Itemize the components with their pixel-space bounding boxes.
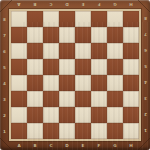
square-c1[interactable]	[43, 123, 59, 139]
square-e6[interactable]	[75, 43, 91, 59]
rank-right-label-4: 4	[143, 79, 148, 87]
square-f3[interactable]	[91, 91, 107, 107]
square-b3[interactable]	[27, 91, 43, 107]
square-h2[interactable]	[123, 107, 139, 123]
square-b6[interactable]	[27, 43, 43, 59]
square-d7[interactable]	[59, 27, 75, 43]
square-g5[interactable]	[107, 59, 123, 75]
square-b4[interactable]	[27, 75, 43, 91]
rank-left-label-6: 6	[2, 47, 7, 55]
square-c5[interactable]	[43, 59, 59, 75]
rank-right-label-1: 1	[143, 127, 148, 135]
square-c4[interactable]	[43, 75, 59, 91]
square-d2[interactable]	[59, 107, 75, 123]
square-b1[interactable]	[27, 123, 43, 139]
rank-right-label-8: 8	[143, 15, 148, 23]
rank-left-label-2: 2	[2, 111, 7, 119]
file-top-label-c: C	[47, 2, 55, 7]
square-a2[interactable]	[11, 107, 27, 123]
file-top-label-a: A	[15, 2, 23, 7]
square-d1[interactable]	[59, 123, 75, 139]
square-g1[interactable]	[107, 123, 123, 139]
square-f5[interactable]	[91, 59, 107, 75]
square-f8[interactable]	[91, 11, 107, 27]
square-e5[interactable]	[75, 59, 91, 75]
square-e2[interactable]	[75, 107, 91, 123]
square-a4[interactable]	[11, 75, 27, 91]
square-g8[interactable]	[107, 11, 123, 27]
rank-left-label-8: 8	[2, 15, 7, 23]
square-h3[interactable]	[123, 91, 139, 107]
squares-grid	[11, 11, 139, 139]
file-top-label-f: F	[95, 2, 103, 7]
square-h8[interactable]	[123, 11, 139, 27]
file-top-label-e: E	[79, 2, 87, 7]
file-labels-bottom: ABCDEFGH	[11, 141, 139, 150]
square-c7[interactable]	[43, 27, 59, 43]
rank-left-label-3: 3	[2, 95, 7, 103]
square-f7[interactable]	[91, 27, 107, 43]
rank-left-label-1: 1	[2, 127, 7, 135]
square-e3[interactable]	[75, 91, 91, 107]
square-f2[interactable]	[91, 107, 107, 123]
square-e7[interactable]	[75, 27, 91, 43]
file-bottom-label-b: B	[31, 143, 39, 148]
square-h1[interactable]	[123, 123, 139, 139]
rank-left-label-4: 4	[2, 79, 7, 87]
file-bottom-label-c: C	[47, 143, 55, 148]
rank-left-label-7: 7	[2, 31, 7, 39]
square-h4[interactable]	[123, 75, 139, 91]
square-g4[interactable]	[107, 75, 123, 91]
rank-right-label-5: 5	[143, 63, 148, 71]
file-bottom-label-h: H	[127, 143, 135, 148]
square-b2[interactable]	[27, 107, 43, 123]
square-c6[interactable]	[43, 43, 59, 59]
square-c8[interactable]	[43, 11, 59, 27]
square-g2[interactable]	[107, 107, 123, 123]
square-b5[interactable]	[27, 59, 43, 75]
file-bottom-label-a: A	[15, 143, 23, 148]
square-f6[interactable]	[91, 43, 107, 59]
file-bottom-label-f: F	[95, 143, 103, 148]
square-a7[interactable]	[11, 27, 27, 43]
square-d4[interactable]	[59, 75, 75, 91]
file-top-label-g: G	[111, 2, 119, 7]
square-e1[interactable]	[75, 123, 91, 139]
rank-right-label-2: 2	[143, 111, 148, 119]
rank-labels-left: 87654321	[0, 11, 9, 139]
square-a8[interactable]	[11, 11, 27, 27]
file-top-label-h: H	[127, 2, 135, 7]
playing-field	[9, 9, 141, 141]
file-bottom-label-e: E	[79, 143, 87, 148]
square-a1[interactable]	[11, 123, 27, 139]
rank-labels-right: 87654321	[141, 11, 150, 139]
file-bottom-label-d: D	[63, 143, 71, 148]
square-a3[interactable]	[11, 91, 27, 107]
square-c2[interactable]	[43, 107, 59, 123]
square-h6[interactable]	[123, 43, 139, 59]
square-d8[interactable]	[59, 11, 75, 27]
rank-right-label-6: 6	[143, 47, 148, 55]
square-e4[interactable]	[75, 75, 91, 91]
square-e8[interactable]	[75, 11, 91, 27]
rank-left-label-5: 5	[2, 63, 7, 71]
file-top-label-b: B	[31, 2, 39, 7]
square-h5[interactable]	[123, 59, 139, 75]
square-b8[interactable]	[27, 11, 43, 27]
square-g6[interactable]	[107, 43, 123, 59]
rank-right-label-7: 7	[143, 31, 148, 39]
square-g7[interactable]	[107, 27, 123, 43]
square-f1[interactable]	[91, 123, 107, 139]
rank-right-label-3: 3	[143, 95, 148, 103]
square-d6[interactable]	[59, 43, 75, 59]
square-b7[interactable]	[27, 27, 43, 43]
square-a6[interactable]	[11, 43, 27, 59]
square-h7[interactable]	[123, 27, 139, 43]
square-d5[interactable]	[59, 59, 75, 75]
file-labels-top: ABCDEFGH	[11, 0, 139, 9]
file-top-label-d: D	[63, 2, 71, 7]
square-c3[interactable]	[43, 91, 59, 107]
file-bottom-label-g: G	[111, 143, 119, 148]
square-a5[interactable]	[11, 59, 27, 75]
square-g3[interactable]	[107, 91, 123, 107]
chess-board: ABCDEFGH ABCDEFGH 87654321 87654321	[0, 0, 150, 150]
square-d3[interactable]	[59, 91, 75, 107]
square-f4[interactable]	[91, 75, 107, 91]
